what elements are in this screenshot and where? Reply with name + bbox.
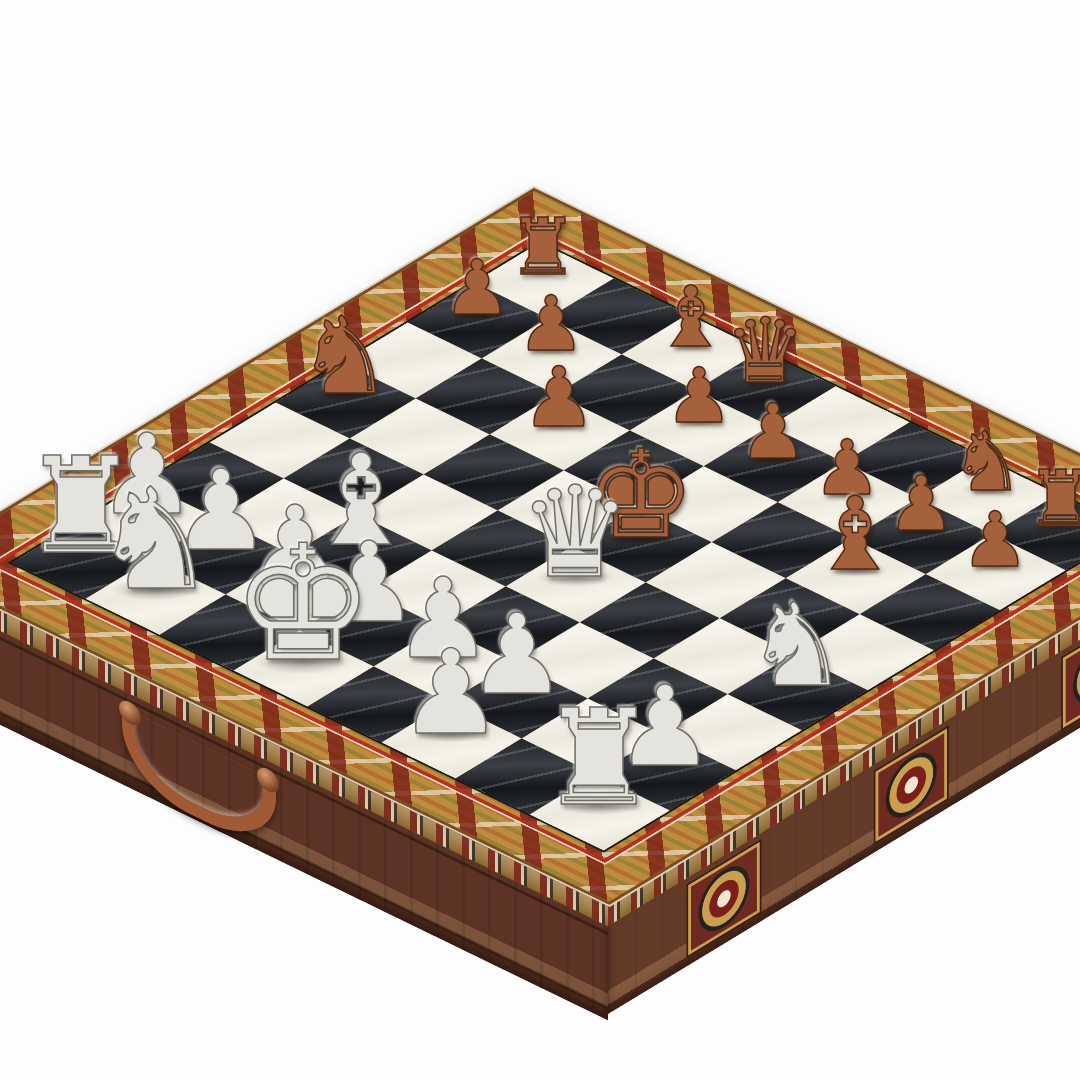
piece-silver-king-d1[interactable]: ♚ (231, 524, 374, 684)
piece-copper-pawn-c6[interactable]: ♟ (522, 356, 596, 439)
piece-copper-bishop-g6[interactable]: ♝ (810, 484, 901, 585)
piece-copper-pawn-a7[interactable]: ♟ (443, 250, 511, 326)
piece-silver-knight-b1[interactable]: ♞ (92, 470, 218, 610)
piece-silver-rook-h1[interactable]: ♜ (539, 692, 658, 825)
chess-box-photo: ♜♟♝♟♛♞♟♟♟♞♟♟♜♟♚♝♟♜♟♝♛♟♞♟♟♚♞♟♟♟♜ (0, 0, 1080, 1080)
piece-copper-rook-h8[interactable]: ♜ (1026, 460, 1080, 538)
piece-copper-rook-a8[interactable]: ♜ (508, 208, 578, 286)
piece-silver-queen-e4[interactable]: ♛ (518, 470, 631, 596)
piece-copper-bishop-c8[interactable]: ♝ (653, 275, 728, 359)
piece-copper-queen-d8[interactable]: ♛ (725, 306, 806, 396)
piece-copper-pawn-e7[interactable]: ♟ (739, 394, 807, 470)
piece-copper-knight-a5[interactable]: ♞ (297, 303, 393, 410)
piece-copper-knight-g8[interactable]: ♞ (950, 421, 1024, 503)
piece-copper-pawn-h7[interactable]: ♟ (961, 502, 1029, 578)
piece-silver-pawn-f1[interactable]: ♟ (398, 634, 503, 751)
piece-silver-knight-h4[interactable]: ♞ (745, 588, 848, 703)
